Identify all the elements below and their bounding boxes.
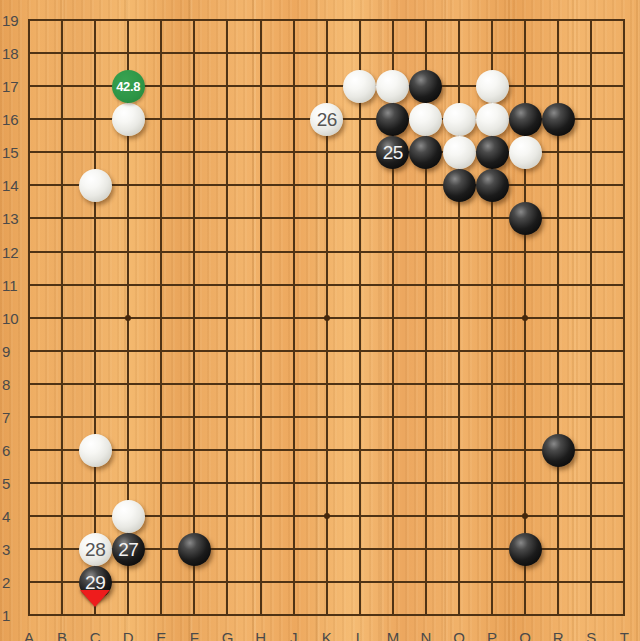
stone-white-D16 [112, 103, 145, 136]
stone-black-F3 [178, 533, 211, 566]
stone-white-M17 [376, 70, 409, 103]
stone-white-O15 [443, 136, 476, 169]
row-label-4: 4 [2, 509, 10, 524]
stone-black-M15: 25 [376, 136, 409, 169]
row-label-19: 19 [2, 13, 19, 28]
move-number-label: 25 [383, 143, 403, 162]
row-label-6: 6 [2, 443, 10, 458]
grid-line-h-6 [28, 449, 625, 451]
row-label-9: 9 [2, 343, 10, 358]
col-label-S: S [586, 630, 596, 641]
stone-black-C2: 29 [79, 566, 112, 599]
stone-white-C3: 28 [79, 533, 112, 566]
row-label-5: 5 [2, 476, 10, 491]
grid-line-h-5 [28, 482, 625, 484]
grid-line-h-9 [28, 350, 625, 352]
row-label-18: 18 [2, 46, 19, 61]
col-label-J: J [290, 630, 298, 641]
stone-black-N17 [409, 70, 442, 103]
stone-white-K16: 26 [310, 103, 343, 136]
star-point-Q10 [522, 315, 528, 321]
move-number-label: 26 [317, 110, 337, 129]
stone-white-C6 [79, 434, 112, 467]
col-label-P: P [487, 630, 497, 641]
row-label-15: 15 [2, 145, 19, 160]
grid-line-h-8 [28, 383, 625, 385]
row-label-13: 13 [2, 211, 19, 226]
stone-white-N16 [409, 103, 442, 136]
stone-white-L17 [343, 70, 376, 103]
col-label-H: H [255, 630, 266, 641]
ai-winrate-label: 42.8 [116, 80, 140, 93]
col-label-C: C [90, 630, 101, 641]
stone-white-O16 [443, 103, 476, 136]
stone-black-Q13 [509, 202, 542, 235]
stone-black-M16 [376, 103, 409, 136]
star-point-K4 [324, 513, 330, 519]
col-label-E: E [156, 630, 166, 641]
col-label-O: O [453, 630, 465, 641]
stone-black-P15 [476, 136, 509, 169]
row-label-14: 14 [2, 178, 19, 193]
grid-line-h-7 [28, 416, 625, 418]
row-label-17: 17 [2, 79, 19, 94]
grid-line-v-L [359, 19, 361, 616]
star-point-Q4 [522, 513, 528, 519]
col-label-Q: Q [519, 630, 531, 641]
star-point-K10 [324, 315, 330, 321]
stone-black-Q16 [509, 103, 542, 136]
row-label-8: 8 [2, 376, 10, 391]
col-label-R: R [553, 630, 564, 641]
move-number-label: 27 [118, 540, 138, 559]
grid-line-h-1 [28, 614, 625, 616]
stone-black-D3: 27 [112, 533, 145, 566]
stone-black-R6 [542, 434, 575, 467]
grid-line-v-S [590, 19, 592, 616]
row-label-16: 16 [2, 112, 19, 127]
stone-white-Q15 [509, 136, 542, 169]
stone-black-N15 [409, 136, 442, 169]
row-label-10: 10 [2, 310, 19, 325]
stone-black-Q3 [509, 533, 542, 566]
col-label-G: G [222, 630, 234, 641]
grid-line-h-2 [28, 581, 625, 583]
ai-suggested-move: 42.8 [112, 70, 145, 103]
row-label-2: 2 [2, 575, 10, 590]
row-label-7: 7 [2, 409, 10, 424]
stone-white-D4 [112, 500, 145, 533]
row-label-1: 1 [2, 608, 10, 623]
col-label-N: N [421, 630, 432, 641]
col-label-B: B [57, 630, 67, 641]
stone-black-R16 [542, 103, 575, 136]
grid-line-v-T [623, 19, 625, 616]
stone-black-O14 [443, 169, 476, 202]
col-label-D: D [123, 630, 134, 641]
col-label-A: A [24, 630, 34, 641]
stone-white-P17 [476, 70, 509, 103]
move-number-label: 28 [85, 540, 105, 559]
col-label-F: F [190, 630, 199, 641]
col-label-L: L [356, 630, 364, 641]
col-label-T: T [620, 630, 629, 641]
go-board[interactable]: 19181716151413121110987654321 ABCDEFGHJK… [0, 0, 640, 641]
row-label-3: 3 [2, 542, 10, 557]
stone-white-C14 [79, 169, 112, 202]
col-label-M: M [387, 630, 400, 641]
col-label-K: K [322, 630, 332, 641]
row-label-12: 12 [2, 244, 19, 259]
stone-white-P16 [476, 103, 509, 136]
row-label-11: 11 [2, 277, 18, 292]
stone-black-P14 [476, 169, 509, 202]
move-number-label: 29 [85, 573, 105, 592]
star-point-D10 [125, 315, 131, 321]
